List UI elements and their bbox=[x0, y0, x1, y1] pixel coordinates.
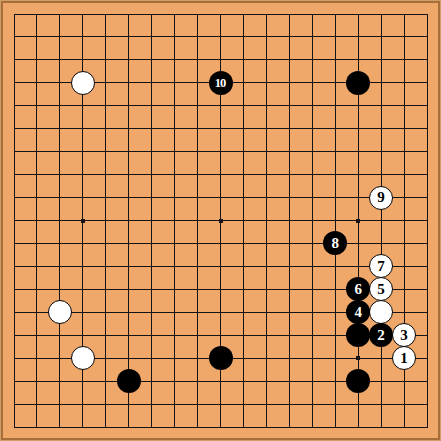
grid-line-vertical bbox=[289, 14, 290, 428]
stone-black-q16 bbox=[346, 71, 370, 95]
move-number: 10 bbox=[215, 77, 226, 90]
grid-line-vertical bbox=[427, 14, 428, 428]
stone-white-r6 bbox=[369, 300, 393, 324]
grid-line-vertical bbox=[266, 14, 267, 428]
star-point bbox=[356, 219, 360, 223]
stone-white-s4: 1 bbox=[392, 346, 416, 370]
stone-black-k16: 10 bbox=[209, 71, 233, 95]
stone-black-p9: 8 bbox=[323, 231, 347, 255]
grid-line-horizontal bbox=[14, 427, 428, 428]
stone-white-s5: 3 bbox=[392, 323, 416, 347]
grid-line-vertical bbox=[312, 14, 313, 428]
stone-white-r8: 7 bbox=[369, 254, 393, 278]
stone-white-r7: 5 bbox=[369, 277, 393, 301]
move-number: 3 bbox=[400, 328, 408, 343]
stone-black-q7: 6 bbox=[346, 277, 370, 301]
stone-black-f3 bbox=[117, 369, 141, 393]
stone-black-q6: 4 bbox=[346, 300, 370, 324]
star-point bbox=[219, 219, 223, 223]
move-number: 6 bbox=[354, 282, 362, 297]
move-number: 7 bbox=[377, 259, 385, 274]
grid-line-horizontal bbox=[14, 243, 428, 244]
stone-black-q3 bbox=[346, 369, 370, 393]
grid-line-horizontal bbox=[14, 404, 428, 405]
star-point bbox=[81, 219, 85, 223]
stone-white-c6 bbox=[48, 300, 72, 324]
move-number: 9 bbox=[377, 190, 385, 205]
star-point bbox=[356, 356, 360, 360]
stone-black-q5 bbox=[346, 323, 370, 347]
grid-line-vertical bbox=[243, 14, 244, 428]
move-number: 1 bbox=[400, 351, 408, 366]
grid-line-vertical bbox=[381, 14, 382, 428]
move-number: 8 bbox=[331, 236, 339, 251]
move-number: 4 bbox=[354, 305, 362, 320]
move-number: 5 bbox=[377, 282, 385, 297]
stone-black-k4 bbox=[209, 346, 233, 370]
stone-white-d4 bbox=[71, 346, 95, 370]
stone-white-d16 bbox=[71, 71, 95, 95]
go-board: 12345678910 bbox=[0, 0, 441, 441]
move-number: 2 bbox=[377, 328, 385, 343]
grid-line-horizontal bbox=[14, 266, 428, 267]
stone-white-r11: 9 bbox=[369, 186, 393, 210]
stone-black-r5: 2 bbox=[369, 323, 393, 347]
grid-line-vertical bbox=[335, 14, 336, 428]
